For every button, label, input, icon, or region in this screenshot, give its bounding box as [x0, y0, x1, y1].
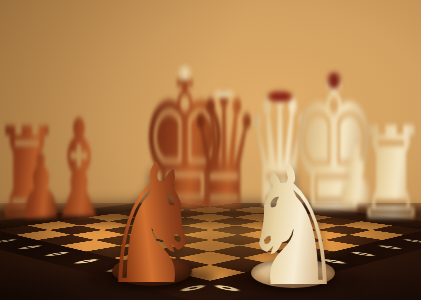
chessboard-photo-scene: ♜♟♝♚♛♛♚♟♜♞♞ — [0, 0, 421, 300]
chessboard — [0, 203, 421, 300]
board-frame — [0, 203, 421, 300]
board-squares — [0, 203, 421, 281]
